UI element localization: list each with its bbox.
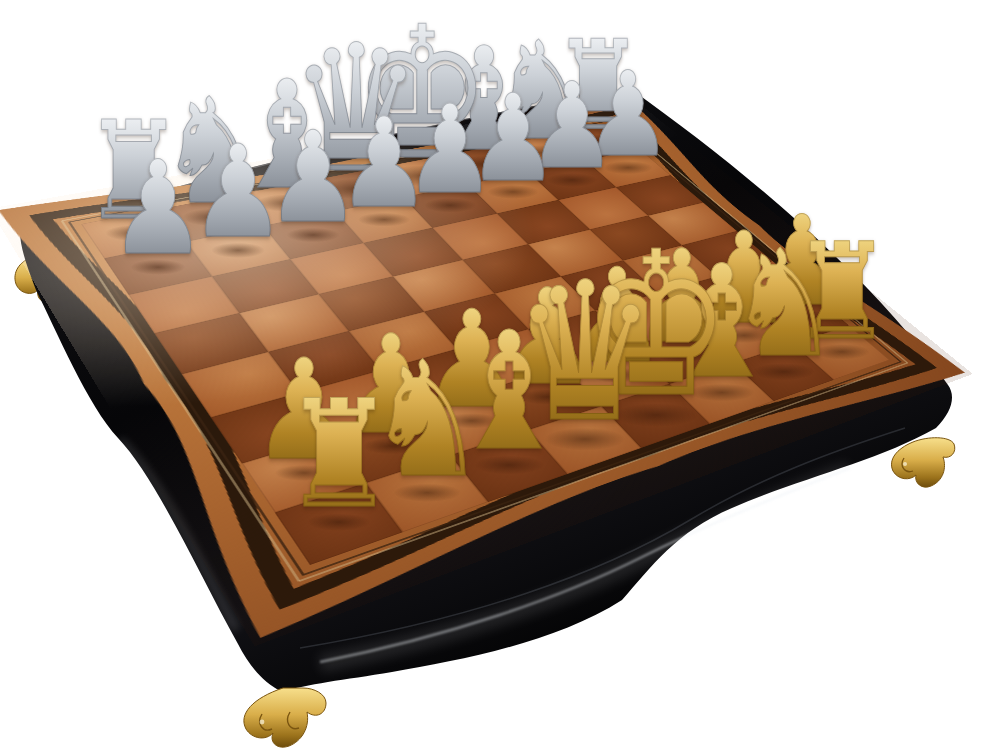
silver-pawn-glyph: ♟ [110,144,207,273]
product-photo-stage: ♜♞♝♛♚♝♞♜♟♟♟♟♟♟♟♟♟♟♟♟♟♟♟♟♜♞♝♛♚♝♞♜ [0,0,1000,750]
gold-rook-glyph: ♜ [283,381,395,530]
pieces-layer: ♜♞♝♛♚♝♞♜♟♟♟♟♟♟♟♟♟♟♟♟♟♟♟♟♜♞♝♛♚♝♞♜ [0,0,1000,750]
